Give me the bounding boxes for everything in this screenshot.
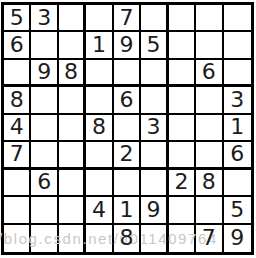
given-digit: 6: [119, 89, 133, 111]
cell-r2c5[interactable]: 9: [114, 32, 141, 59]
cell-r8c6[interactable]: 9: [141, 197, 168, 224]
cell-r8c5[interactable]: 1: [114, 197, 141, 224]
cell-r2c8[interactable]: [196, 32, 223, 59]
given-digit: 5: [10, 7, 24, 29]
cell-r8c3[interactable]: [59, 197, 86, 224]
given-digit: 7: [202, 227, 216, 249]
cell-r6c4[interactable]: [86, 142, 113, 169]
cell-r2c1[interactable]: 6: [4, 32, 31, 59]
cell-r3c9[interactable]: [224, 60, 251, 87]
cell-r6c7[interactable]: [169, 142, 196, 169]
cell-r2c6[interactable]: 5: [141, 32, 168, 59]
cell-r9c8[interactable]: 7: [196, 225, 223, 252]
sudoku-page: 537619598686348317266284195879 /blog.csd…: [0, 0, 256, 258]
cell-r8c2[interactable]: [31, 197, 58, 224]
cell-r5c9[interactable]: 1: [224, 115, 251, 142]
given-digit: 3: [37, 7, 51, 29]
cell-r9c1[interactable]: [4, 225, 31, 252]
cell-r3c7[interactable]: [169, 60, 196, 87]
given-digit: 1: [92, 34, 106, 56]
cell-r8c1[interactable]: [4, 197, 31, 224]
cell-r9c3[interactable]: [59, 225, 86, 252]
cell-r6c6[interactable]: [141, 142, 168, 169]
cell-r7c7[interactable]: 2: [169, 170, 196, 197]
given-digit: 3: [146, 116, 160, 138]
cell-r9c2[interactable]: [31, 225, 58, 252]
cell-r4c7[interactable]: [169, 87, 196, 114]
cell-r9c7[interactable]: [169, 225, 196, 252]
cell-r5c3[interactable]: [59, 115, 86, 142]
cell-r3c4[interactable]: [86, 60, 113, 87]
given-digit: 1: [230, 116, 244, 138]
given-digit: 7: [10, 143, 24, 165]
given-digit: 9: [146, 199, 160, 221]
given-digit: 7: [119, 7, 133, 29]
given-digit: 8: [119, 227, 133, 249]
cell-r3c3[interactable]: 8: [59, 60, 86, 87]
cell-r8c8[interactable]: [196, 197, 223, 224]
cell-r4c4[interactable]: [86, 87, 113, 114]
given-digit: 9: [230, 227, 244, 249]
cell-r7c6[interactable]: [141, 170, 168, 197]
cell-r8c9[interactable]: 5: [224, 197, 251, 224]
given-digit: 3: [230, 89, 244, 111]
cell-r3c5[interactable]: [114, 60, 141, 87]
given-digit: 1: [119, 199, 133, 221]
cell-r7c3[interactable]: [59, 170, 86, 197]
cell-r8c4[interactable]: 4: [86, 197, 113, 224]
cell-r1c6[interactable]: [141, 5, 168, 32]
cell-r2c2[interactable]: [31, 32, 58, 59]
cell-r5c5[interactable]: [114, 115, 141, 142]
cell-r3c1[interactable]: [4, 60, 31, 87]
given-digit: 6: [230, 143, 244, 165]
given-digit: 2: [174, 171, 188, 193]
cell-r7c8[interactable]: 8: [196, 170, 223, 197]
cell-r5c7[interactable]: [169, 115, 196, 142]
cell-r4c5[interactable]: 6: [114, 87, 141, 114]
cell-r5c6[interactable]: 3: [141, 115, 168, 142]
given-digit: 4: [10, 116, 24, 138]
given-digit: 9: [37, 61, 51, 83]
given-digit: 8: [10, 89, 24, 111]
cell-r7c2[interactable]: 6: [31, 170, 58, 197]
sudoku-board: 537619598686348317266284195879: [1, 2, 254, 255]
given-digit: 6: [37, 171, 51, 193]
cell-r3c6[interactable]: [141, 60, 168, 87]
cell-r2c7[interactable]: [169, 32, 196, 59]
cell-r6c8[interactable]: [196, 142, 223, 169]
cell-r1c9[interactable]: [224, 5, 251, 32]
cell-r3c8[interactable]: 6: [196, 60, 223, 87]
cell-r1c8[interactable]: [196, 5, 223, 32]
cell-r4c6[interactable]: [141, 87, 168, 114]
given-digit: 8: [92, 116, 106, 138]
cell-r2c4[interactable]: 1: [86, 32, 113, 59]
cell-r9c4[interactable]: [86, 225, 113, 252]
given-digit: 5: [230, 199, 244, 221]
cell-r1c3[interactable]: [59, 5, 86, 32]
given-digit: 9: [119, 34, 133, 56]
cell-r4c9[interactable]: 3: [224, 87, 251, 114]
cell-r7c4[interactable]: [86, 170, 113, 197]
cell-r5c4[interactable]: 8: [86, 115, 113, 142]
cell-r2c3[interactable]: [59, 32, 86, 59]
cell-r2c9[interactable]: [224, 32, 251, 59]
cell-r5c2[interactable]: [31, 115, 58, 142]
cell-r9c5[interactable]: 8: [114, 225, 141, 252]
cell-r6c1[interactable]: 7: [4, 142, 31, 169]
cell-r1c1[interactable]: 5: [4, 5, 31, 32]
cell-r7c1[interactable]: [4, 170, 31, 197]
given-digit: 8: [202, 171, 216, 193]
cell-r1c7[interactable]: [169, 5, 196, 32]
cell-r5c1[interactable]: 4: [4, 115, 31, 142]
given-digit: 2: [119, 143, 133, 165]
cell-r4c3[interactable]: [59, 87, 86, 114]
cell-r4c2[interactable]: [31, 87, 58, 114]
cell-r4c8[interactable]: [196, 87, 223, 114]
cell-r9c6[interactable]: [141, 225, 168, 252]
given-digit: 5: [146, 34, 160, 56]
given-digit: 8: [64, 61, 78, 83]
cell-r1c4[interactable]: [86, 5, 113, 32]
given-digit: 6: [10, 34, 24, 56]
cell-r3c2[interactable]: 9: [31, 60, 58, 87]
cell-r9c9[interactable]: 9: [224, 225, 251, 252]
cell-r5c8[interactable]: [196, 115, 223, 142]
cell-r4c1[interactable]: 8: [4, 87, 31, 114]
given-digit: 6: [202, 61, 216, 83]
cell-r1c2[interactable]: 3: [31, 5, 58, 32]
cell-r8c7[interactable]: [169, 197, 196, 224]
cell-r6c3[interactable]: [59, 142, 86, 169]
cell-r6c9[interactable]: 6: [224, 142, 251, 169]
cell-r6c5[interactable]: 2: [114, 142, 141, 169]
cell-r7c9[interactable]: [224, 170, 251, 197]
cell-r6c2[interactable]: [31, 142, 58, 169]
cell-r7c5[interactable]: [114, 170, 141, 197]
cell-r1c5[interactable]: 7: [114, 5, 141, 32]
given-digit: 4: [92, 199, 106, 221]
